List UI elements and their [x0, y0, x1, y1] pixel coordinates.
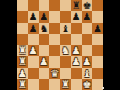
square-a2[interactable]: ♟: [17, 68, 28, 79]
square-b3[interactable]: [28, 56, 39, 67]
black-bishop: ♝: [61, 23, 70, 34]
square-d1[interactable]: [49, 79, 60, 90]
square-c4[interactable]: [39, 45, 50, 56]
square-f8[interactable]: ♜: [71, 0, 82, 11]
square-c1[interactable]: [39, 79, 50, 90]
square-f3[interactable]: ♟: [71, 56, 82, 67]
letterbox-left: [0, 0, 17, 90]
square-g5[interactable]: [82, 34, 93, 45]
square-f7[interactable]: ♟: [71, 11, 82, 22]
square-d6[interactable]: [49, 23, 60, 34]
square-e3[interactable]: [60, 56, 71, 67]
white-knight: ♞: [61, 45, 70, 56]
square-c6[interactable]: ♞: [39, 23, 50, 34]
white-king: ♚: [82, 79, 91, 90]
square-g8[interactable]: ♚: [82, 0, 93, 11]
chess-board: ♜♚♟♟♟♟♟♞♝♟♜♟♞♟♜♟♟♟♟♛♝♜♜♚: [17, 0, 103, 90]
square-e8[interactable]: [60, 0, 71, 11]
white-pawn: ♟: [72, 56, 81, 67]
square-d7[interactable]: [49, 11, 60, 22]
square-a6[interactable]: [17, 23, 28, 34]
square-b5[interactable]: [28, 34, 39, 45]
white-queen: ♛: [50, 68, 59, 79]
square-g2[interactable]: ♝: [82, 68, 93, 79]
square-c3[interactable]: ♟: [39, 56, 50, 67]
square-h6[interactable]: ♟: [92, 23, 103, 34]
square-a8[interactable]: [17, 0, 28, 11]
black-pawn: ♟: [39, 11, 48, 22]
square-g6[interactable]: [82, 23, 93, 34]
square-a1[interactable]: ♜: [17, 79, 28, 90]
black-pawn: ♟: [82, 11, 91, 22]
pixel-artifact: [102, 87, 104, 89]
square-b1[interactable]: [28, 79, 39, 90]
square-f1[interactable]: [71, 79, 82, 90]
letterbox-right: [103, 0, 120, 90]
black-king: ♚: [82, 0, 91, 11]
square-a3[interactable]: ♜: [17, 56, 28, 67]
square-c2[interactable]: [39, 68, 50, 79]
square-h5[interactable]: [92, 34, 103, 45]
square-h2[interactable]: [92, 68, 103, 79]
square-e4[interactable]: ♞: [60, 45, 71, 56]
square-b7[interactable]: ♟: [28, 11, 39, 22]
white-rook: ♜: [18, 56, 27, 67]
square-d4[interactable]: [49, 45, 60, 56]
square-e1[interactable]: ♜: [60, 79, 71, 90]
square-e2[interactable]: [60, 68, 71, 79]
black-rook: ♜: [72, 0, 81, 11]
black-pawn: ♟: [93, 23, 102, 34]
square-d8[interactable]: [49, 0, 60, 11]
square-h3[interactable]: [92, 56, 103, 67]
white-rook: ♜: [18, 79, 27, 90]
square-e6[interactable]: ♝: [60, 23, 71, 34]
square-d2[interactable]: ♛: [49, 68, 60, 79]
white-rook: ♜: [61, 79, 70, 90]
square-g7[interactable]: ♟: [82, 11, 93, 22]
square-f6[interactable]: [71, 23, 82, 34]
square-b8[interactable]: [28, 0, 39, 11]
square-g4[interactable]: [82, 45, 93, 56]
white-pawn: ♟: [72, 45, 81, 56]
black-pawn: ♟: [29, 23, 38, 34]
square-d3[interactable]: [49, 56, 60, 67]
white-pawn: ♟: [18, 68, 27, 79]
white-pawn: ♟: [29, 45, 38, 56]
square-c8[interactable]: [39, 0, 50, 11]
square-b6[interactable]: ♟: [28, 23, 39, 34]
square-b4[interactable]: ♟: [28, 45, 39, 56]
square-a7[interactable]: [17, 11, 28, 22]
square-f5[interactable]: [71, 34, 82, 45]
black-pawn: ♟: [72, 11, 81, 22]
square-g1[interactable]: ♚: [82, 79, 93, 90]
white-pawn: ♟: [39, 56, 48, 67]
square-f2[interactable]: [71, 68, 82, 79]
square-e5[interactable]: [60, 34, 71, 45]
square-h4[interactable]: [92, 45, 103, 56]
white-bishop: ♝: [82, 68, 91, 79]
square-f4[interactable]: ♟: [71, 45, 82, 56]
white-pawn: ♟: [82, 56, 91, 67]
black-pawn: ♟: [29, 11, 38, 22]
square-h7[interactable]: [92, 11, 103, 22]
square-c5[interactable]: [39, 34, 50, 45]
white-rook: ♜: [18, 45, 27, 56]
square-a5[interactable]: [17, 34, 28, 45]
square-e7[interactable]: [60, 11, 71, 22]
square-g3[interactable]: ♟: [82, 56, 93, 67]
video-frame: ♜♚♟♟♟♟♟♞♝♟♜♟♞♟♜♟♟♟♟♛♝♜♜♚: [0, 0, 120, 90]
square-d5[interactable]: [49, 34, 60, 45]
square-a4[interactable]: ♜: [17, 45, 28, 56]
square-c7[interactable]: ♟: [39, 11, 50, 22]
square-b2[interactable]: [28, 68, 39, 79]
black-knight: ♞: [39, 23, 48, 34]
square-h8[interactable]: [92, 0, 103, 11]
